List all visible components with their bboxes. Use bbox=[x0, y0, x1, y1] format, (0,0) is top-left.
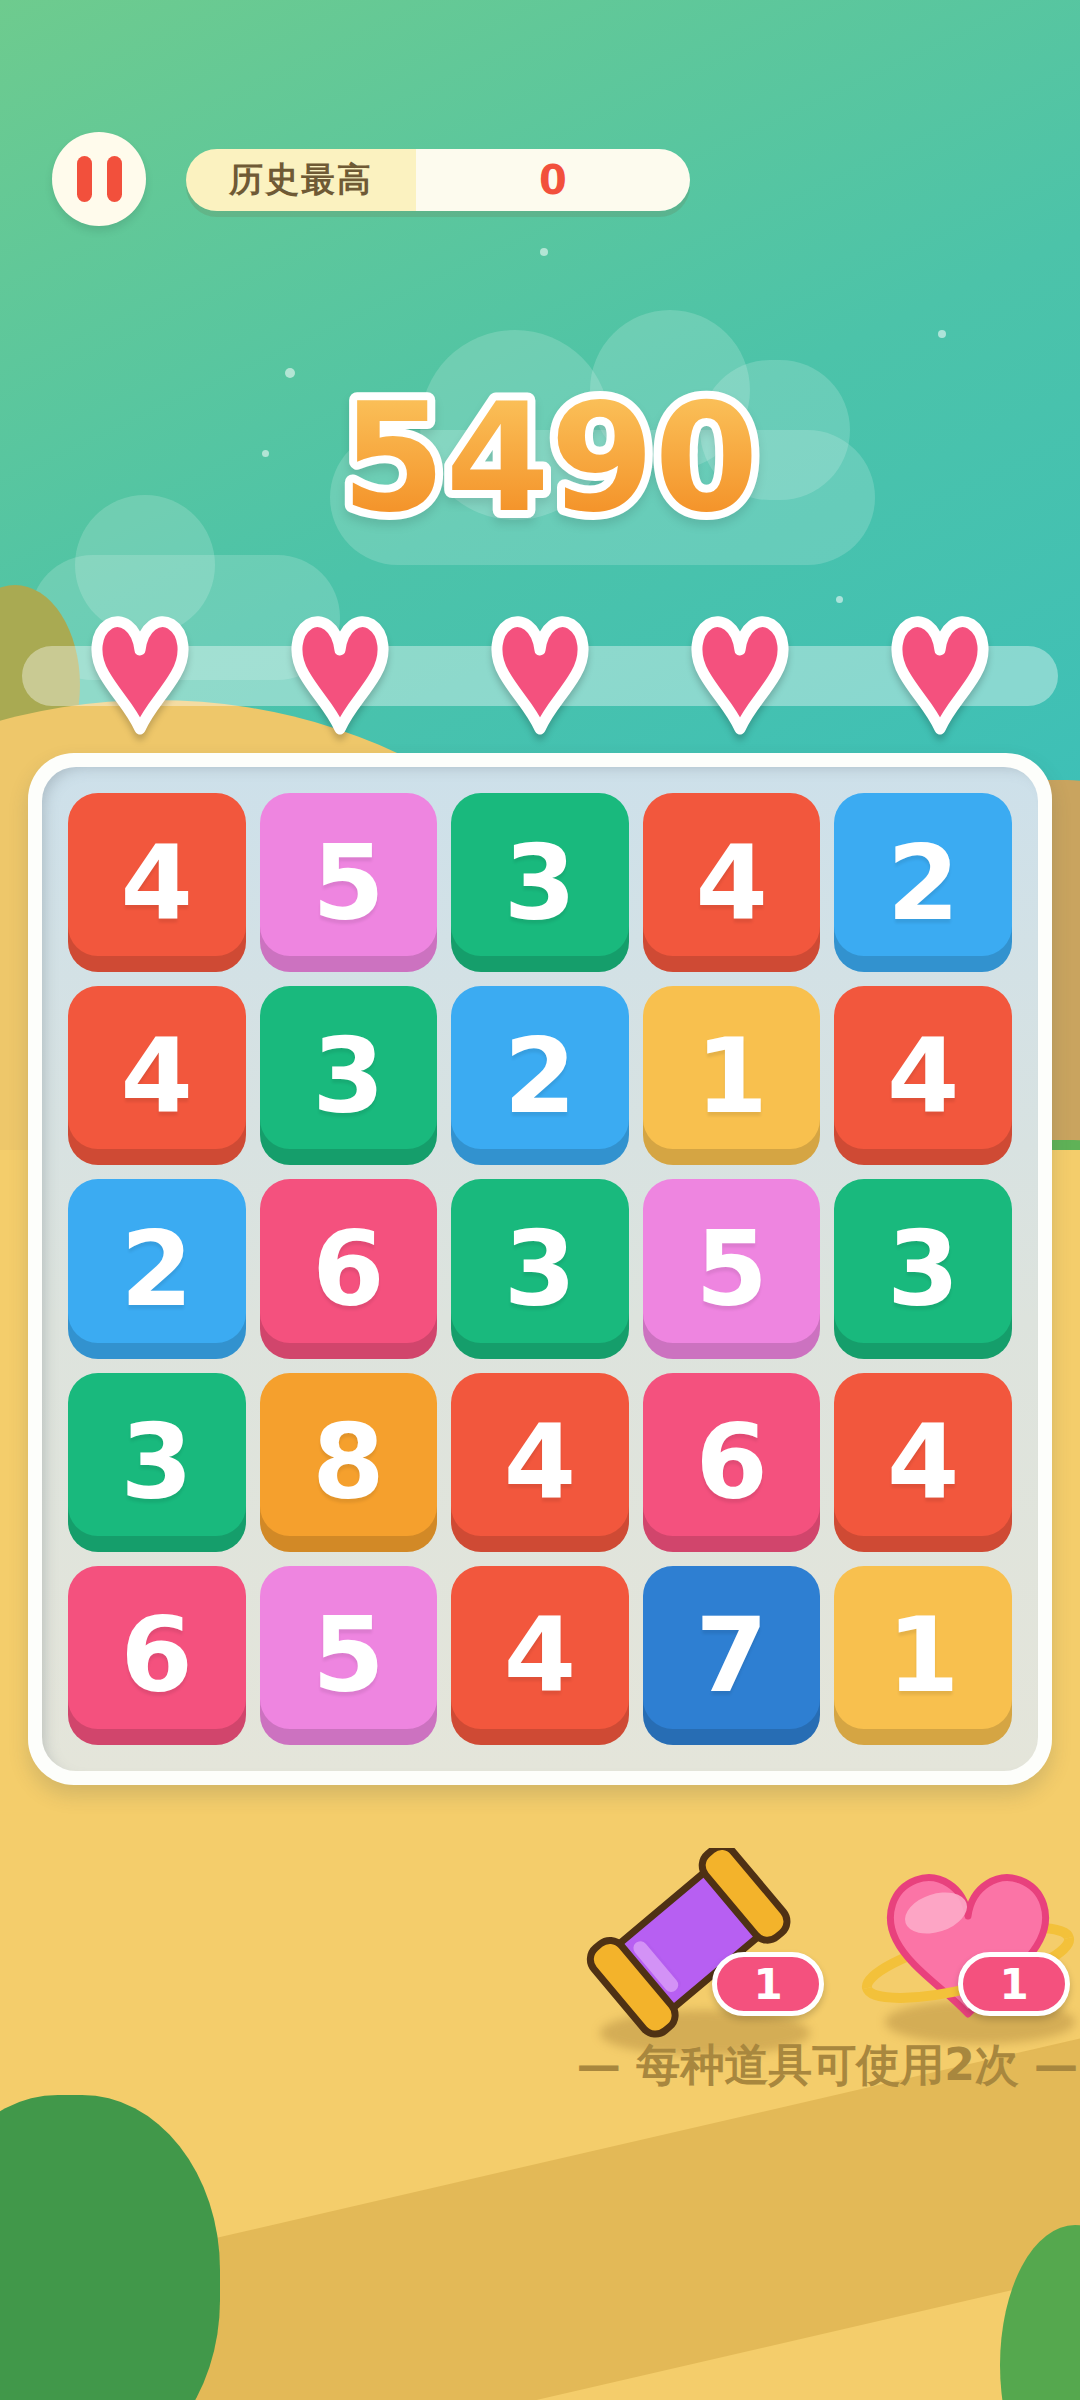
heart-count-badge: 1 bbox=[958, 1952, 1070, 2016]
tile-r3-c1[interactable]: 2 bbox=[68, 1179, 246, 1358]
tile-r4-c3[interactable]: 4 bbox=[451, 1373, 629, 1552]
score-display: 5490 bbox=[0, 368, 1080, 578]
pause-icon bbox=[77, 156, 92, 202]
tile-r5-c5[interactable]: 1 bbox=[834, 1566, 1012, 1745]
tile-r5-c2[interactable]: 5 bbox=[260, 1566, 438, 1745]
tile-r2-c4[interactable]: 1 bbox=[643, 986, 821, 1165]
tile-r1-c2[interactable]: 5 bbox=[260, 793, 438, 972]
tile-r1-c1[interactable]: 4 bbox=[68, 793, 246, 972]
tile-r4-c4[interactable]: 6 bbox=[643, 1373, 821, 1552]
best-score-value: 0 bbox=[416, 149, 690, 211]
powerup-caption: — 每种道具可使用2次 — bbox=[545, 2036, 1080, 2095]
tile-r5-c4[interactable]: 7 bbox=[643, 1566, 821, 1745]
tile-r1-c5[interactable]: 2 bbox=[834, 793, 1012, 972]
tile-r3-c3[interactable]: 3 bbox=[451, 1179, 629, 1358]
tile-r4-c2[interactable]: 8 bbox=[260, 1373, 438, 1552]
tile-r1-c4[interactable]: 4 bbox=[643, 793, 821, 972]
hammer-powerup-button[interactable]: 1 bbox=[575, 1848, 810, 2063]
tile-r2-c5[interactable]: 4 bbox=[834, 986, 1012, 1165]
pause-button[interactable] bbox=[52, 132, 146, 226]
tile-r3-c4[interactable]: 5 bbox=[643, 1179, 821, 1358]
best-score-label: 历史最高 bbox=[186, 149, 416, 211]
tile-r2-c3[interactable]: 2 bbox=[451, 986, 629, 1165]
heart-refill-icon bbox=[856, 1858, 1080, 2043]
tile-r4-c1[interactable]: 3 bbox=[68, 1373, 246, 1552]
tile-r3-c5[interactable]: 3 bbox=[834, 1179, 1012, 1358]
lives-row bbox=[0, 608, 1080, 748]
tile-r2-c1[interactable]: 4 bbox=[68, 986, 246, 1165]
life-heart-icon bbox=[288, 608, 392, 740]
tile-r5-c3[interactable]: 4 bbox=[451, 1566, 629, 1745]
best-score-banner: 历史最高 0 bbox=[186, 149, 690, 211]
game-screen: 历史最高 0 5490 bbox=[0, 0, 1080, 2400]
life-heart-icon bbox=[488, 608, 592, 740]
tile-r4-c5[interactable]: 4 bbox=[834, 1373, 1012, 1552]
pause-icon bbox=[107, 156, 122, 202]
board-grid: 4534243214263533846465471 bbox=[68, 793, 1012, 1745]
tile-r2-c2[interactable]: 3 bbox=[260, 986, 438, 1165]
heart-refill-powerup-button[interactable]: 1 bbox=[856, 1858, 1080, 2048]
hammer-count-badge: 1 bbox=[712, 1952, 824, 2016]
life-heart-icon bbox=[888, 608, 992, 740]
life-heart-icon bbox=[88, 608, 192, 740]
tile-r3-c2[interactable]: 6 bbox=[260, 1179, 438, 1358]
score-value: 5490 bbox=[341, 371, 758, 545]
board-inner: 4534243214263533846465471 bbox=[42, 767, 1038, 1771]
tile-r5-c1[interactable]: 6 bbox=[68, 1566, 246, 1745]
game-board: 4534243214263533846465471 bbox=[28, 753, 1052, 1785]
life-heart-icon bbox=[688, 608, 792, 740]
tile-r1-c3[interactable]: 3 bbox=[451, 793, 629, 972]
